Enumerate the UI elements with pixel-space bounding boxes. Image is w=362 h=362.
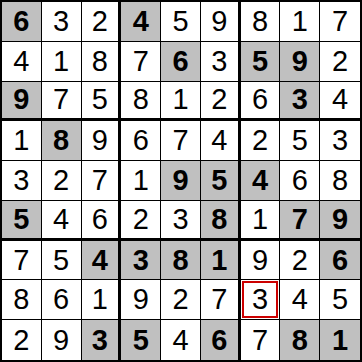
cell-r6c9[interactable]: 9 bbox=[320, 201, 360, 241]
cell-r4c9[interactable]: 3 bbox=[320, 121, 360, 161]
cell-r1c4[interactable]: 4 bbox=[121, 2, 161, 42]
cell-r4c2[interactable]: 8 bbox=[42, 121, 82, 161]
cell-r7c5[interactable]: 8 bbox=[161, 241, 201, 281]
cell-r5c4[interactable]: 1 bbox=[121, 161, 161, 201]
cell-r2c8[interactable]: 9 bbox=[280, 42, 320, 82]
cell-r2c4[interactable]: 7 bbox=[121, 42, 161, 82]
cell-r9c2[interactable]: 9 bbox=[42, 320, 82, 360]
cell-r8c4[interactable]: 9 bbox=[121, 280, 161, 320]
cell-r9c8[interactable]: 8 bbox=[280, 320, 320, 360]
cell-r5c5[interactable]: 9 bbox=[161, 161, 201, 201]
cell-r7c6[interactable]: 1 bbox=[201, 241, 241, 281]
cell-r4c3[interactable]: 9 bbox=[82, 121, 122, 161]
cell-r6c3[interactable]: 6 bbox=[82, 201, 122, 241]
cell-r7c4[interactable]: 3 bbox=[121, 241, 161, 281]
cell-r2c2[interactable]: 1 bbox=[42, 42, 82, 82]
cell-r5c9[interactable]: 8 bbox=[320, 161, 360, 201]
cell-r8c8[interactable]: 4 bbox=[280, 280, 320, 320]
cell-r8c3[interactable]: 1 bbox=[82, 280, 122, 320]
cell-r1c5[interactable]: 5 bbox=[161, 2, 201, 42]
cell-r4c5[interactable]: 7 bbox=[161, 121, 201, 161]
cell-r8c6[interactable]: 7 bbox=[201, 280, 241, 320]
cell-r7c1[interactable]: 7 bbox=[2, 241, 42, 281]
cell-r9c4[interactable]: 5 bbox=[121, 320, 161, 360]
cell-r1c3[interactable]: 2 bbox=[82, 2, 122, 42]
cell-r6c6[interactable]: 8 bbox=[201, 201, 241, 241]
cell-r6c2[interactable]: 4 bbox=[42, 201, 82, 241]
cell-r3c9[interactable]: 4 bbox=[320, 82, 360, 122]
cell-r1c7[interactable]: 8 bbox=[241, 2, 281, 42]
cell-r1c8[interactable]: 1 bbox=[280, 2, 320, 42]
cell-r8c7[interactable]: 3 bbox=[241, 280, 281, 320]
cell-r6c7[interactable]: 1 bbox=[241, 201, 281, 241]
cell-r3c3[interactable]: 5 bbox=[82, 82, 122, 122]
cell-r9c7[interactable]: 7 bbox=[241, 320, 281, 360]
cell-r6c4[interactable]: 2 bbox=[121, 201, 161, 241]
sudoku-board: 6324598174187635929758126341896742533271… bbox=[0, 0, 362, 362]
cell-r7c3[interactable]: 4 bbox=[82, 241, 122, 281]
cell-r3c6[interactable]: 2 bbox=[201, 82, 241, 122]
cell-r7c9[interactable]: 6 bbox=[320, 241, 360, 281]
cell-r8c2[interactable]: 6 bbox=[42, 280, 82, 320]
cell-r5c6[interactable]: 5 bbox=[201, 161, 241, 201]
cell-r8c9[interactable]: 5 bbox=[320, 280, 360, 320]
cell-r6c8[interactable]: 7 bbox=[280, 201, 320, 241]
cell-r4c4[interactable]: 6 bbox=[121, 121, 161, 161]
cell-r3c4[interactable]: 8 bbox=[121, 82, 161, 122]
cell-r8c1[interactable]: 8 bbox=[2, 280, 42, 320]
cell-r3c7[interactable]: 6 bbox=[241, 82, 281, 122]
cell-r4c7[interactable]: 2 bbox=[241, 121, 281, 161]
cell-r5c7[interactable]: 4 bbox=[241, 161, 281, 201]
cell-r5c1[interactable]: 3 bbox=[2, 161, 42, 201]
cell-r9c6[interactable]: 6 bbox=[201, 320, 241, 360]
cell-r2c6[interactable]: 3 bbox=[201, 42, 241, 82]
cell-r3c1[interactable]: 9 bbox=[2, 82, 42, 122]
cell-r3c8[interactable]: 3 bbox=[280, 82, 320, 122]
cell-r7c8[interactable]: 2 bbox=[280, 241, 320, 281]
cell-r6c5[interactable]: 3 bbox=[161, 201, 201, 241]
cell-r2c5[interactable]: 6 bbox=[161, 42, 201, 82]
cell-r2c3[interactable]: 8 bbox=[82, 42, 122, 82]
cell-r1c1[interactable]: 6 bbox=[2, 2, 42, 42]
cell-r9c3[interactable]: 3 bbox=[82, 320, 122, 360]
cell-r2c1[interactable]: 4 bbox=[2, 42, 42, 82]
cell-r9c1[interactable]: 2 bbox=[2, 320, 42, 360]
cell-r1c2[interactable]: 3 bbox=[42, 2, 82, 42]
cell-r3c2[interactable]: 7 bbox=[42, 82, 82, 122]
cell-r6c1[interactable]: 5 bbox=[2, 201, 42, 241]
cell-r5c3[interactable]: 7 bbox=[82, 161, 122, 201]
cell-r3c5[interactable]: 1 bbox=[161, 82, 201, 122]
cell-r2c7[interactable]: 5 bbox=[241, 42, 281, 82]
cell-r1c9[interactable]: 7 bbox=[320, 2, 360, 42]
cell-r9c9[interactable]: 1 bbox=[320, 320, 360, 360]
cell-r2c9[interactable]: 2 bbox=[320, 42, 360, 82]
cell-r7c7[interactable]: 9 bbox=[241, 241, 281, 281]
cell-r5c2[interactable]: 2 bbox=[42, 161, 82, 201]
cell-r4c6[interactable]: 4 bbox=[201, 121, 241, 161]
cell-r4c8[interactable]: 5 bbox=[280, 121, 320, 161]
cell-r8c5[interactable]: 2 bbox=[161, 280, 201, 320]
cell-r7c2[interactable]: 5 bbox=[42, 241, 82, 281]
cell-r9c5[interactable]: 4 bbox=[161, 320, 201, 360]
cell-r5c8[interactable]: 6 bbox=[280, 161, 320, 201]
cell-r1c6[interactable]: 9 bbox=[201, 2, 241, 42]
cell-r4c1[interactable]: 1 bbox=[2, 121, 42, 161]
